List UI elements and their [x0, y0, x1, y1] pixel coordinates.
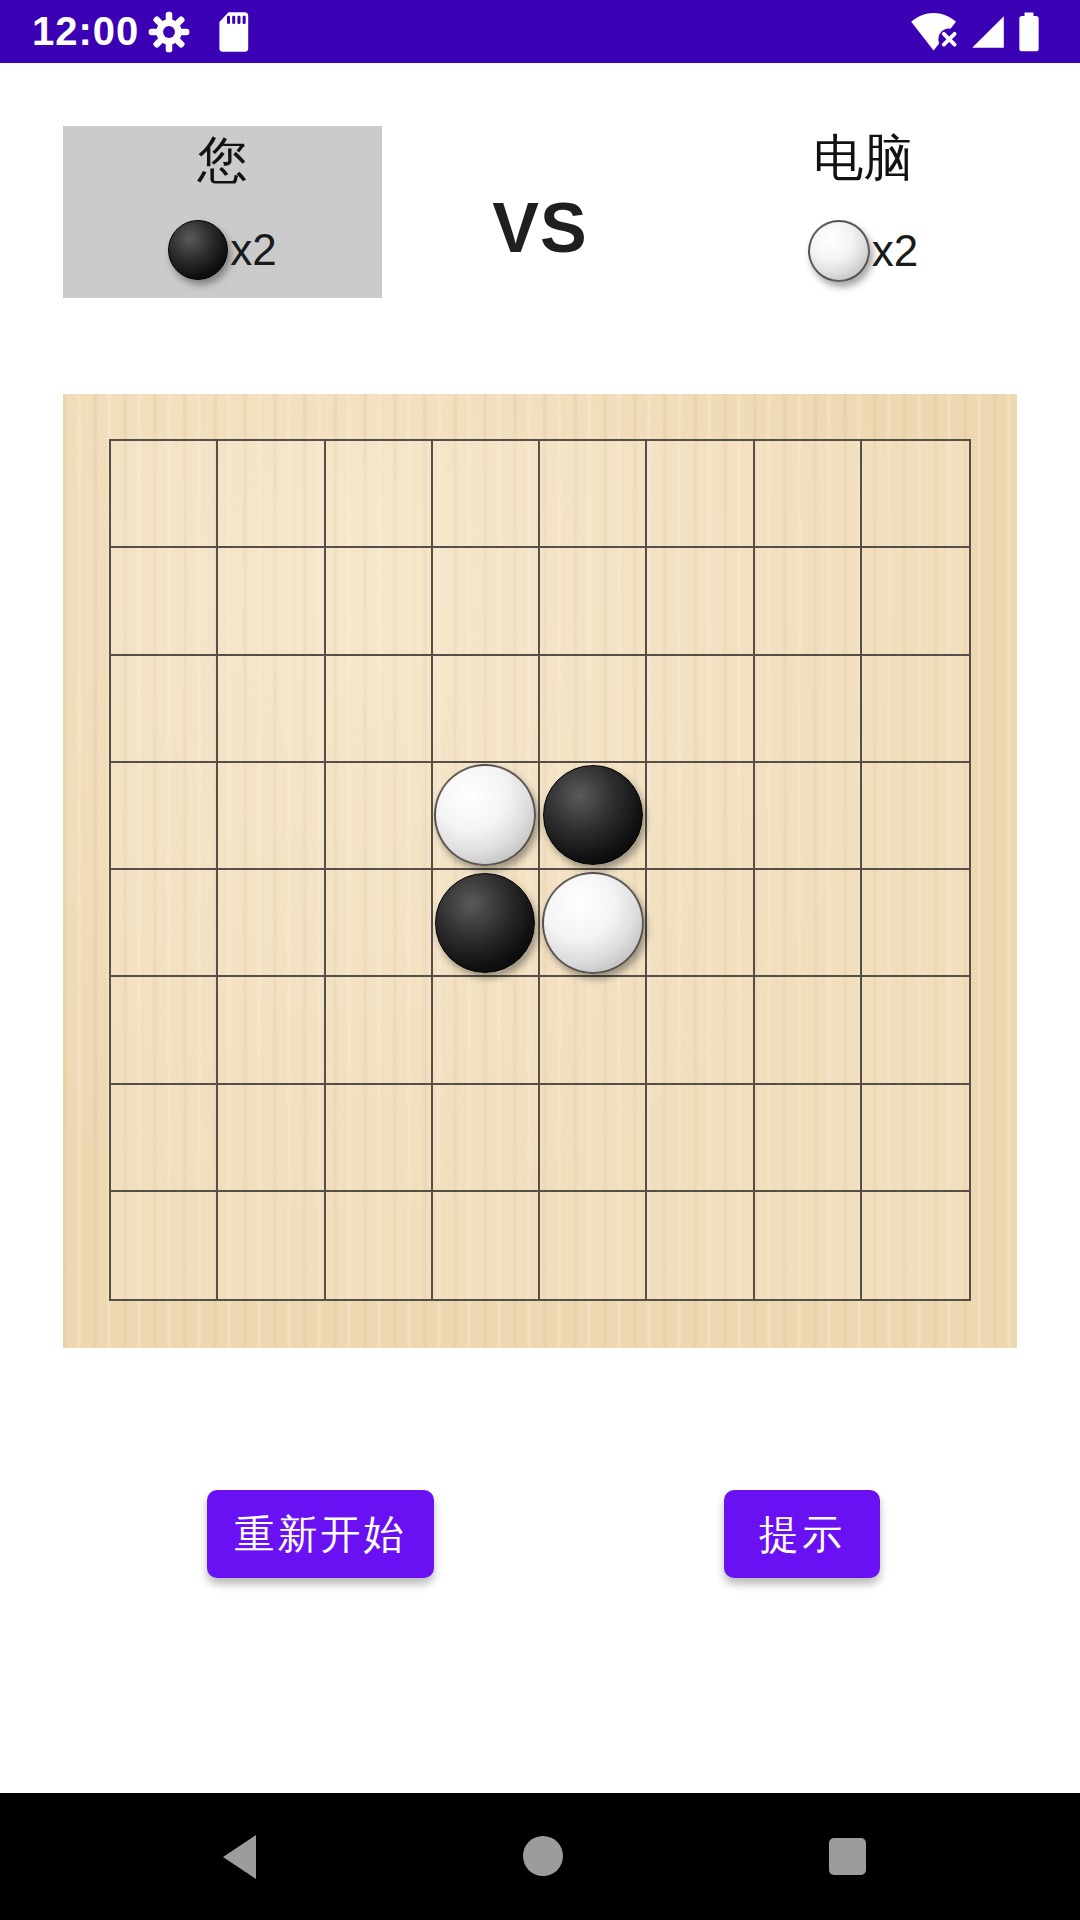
- board-cell-4-1[interactable]: [218, 870, 325, 977]
- status-bar: 12:00: [0, 0, 1080, 63]
- restart-button[interactable]: 重新开始: [207, 1490, 434, 1578]
- battery-full-icon: [1014, 0, 1044, 63]
- board-cell-2-5[interactable]: [647, 656, 754, 763]
- board-cell-6-3[interactable]: [433, 1085, 540, 1192]
- board-cell-1-2[interactable]: [326, 548, 433, 655]
- signal-full-icon: [968, 0, 1008, 63]
- board-cell-1-6[interactable]: [755, 548, 862, 655]
- board-cell-4-5[interactable]: [647, 870, 754, 977]
- white-count: x2: [872, 226, 918, 276]
- player-computer-panel: 电脑 x2: [763, 130, 963, 282]
- black-stone: [543, 765, 643, 865]
- board-cell-7-6[interactable]: [755, 1192, 862, 1299]
- board-cell-3-3[interactable]: [433, 763, 540, 870]
- board-cell-1-7[interactable]: [862, 548, 969, 655]
- board-grid: [109, 439, 971, 1301]
- board-cell-7-2[interactable]: [326, 1192, 433, 1299]
- board-cell-2-2[interactable]: [326, 656, 433, 763]
- board-cell-6-5[interactable]: [647, 1085, 754, 1192]
- home-icon[interactable]: [523, 1836, 563, 1876]
- board-cell-0-6[interactable]: [755, 441, 862, 548]
- board-cell-4-0[interactable]: [111, 870, 218, 977]
- board-cell-2-4[interactable]: [540, 656, 647, 763]
- back-icon[interactable]: [223, 1835, 256, 1879]
- player-computer-score: x2: [808, 220, 918, 282]
- app-screen: 12:00: [0, 0, 1080, 1920]
- board-cell-4-2[interactable]: [326, 870, 433, 977]
- board-cell-4-7[interactable]: [862, 870, 969, 977]
- board-cell-7-5[interactable]: [647, 1192, 754, 1299]
- sd-card-icon: [212, 0, 252, 63]
- recents-icon[interactable]: [829, 1838, 866, 1875]
- board-cell-3-7[interactable]: [862, 763, 969, 870]
- board-cell-5-5[interactable]: [647, 977, 754, 1084]
- board-cell-0-5[interactable]: [647, 441, 754, 548]
- board-cell-6-2[interactable]: [326, 1085, 433, 1192]
- board-cell-5-1[interactable]: [218, 977, 325, 1084]
- board-cell-7-1[interactable]: [218, 1192, 325, 1299]
- board-cell-6-6[interactable]: [755, 1085, 862, 1192]
- android-nav-bar: [0, 1793, 1080, 1920]
- white-stone: [542, 872, 644, 974]
- white-stone: [808, 220, 870, 282]
- board-cell-4-6[interactable]: [755, 870, 862, 977]
- board-cell-1-5[interactable]: [647, 548, 754, 655]
- othello-board: [63, 394, 1017, 1348]
- board-cell-5-7[interactable]: [862, 977, 969, 1084]
- board-cell-5-2[interactable]: [326, 977, 433, 1084]
- board-cell-2-6[interactable]: [755, 656, 862, 763]
- hint-button[interactable]: 提示: [724, 1490, 880, 1578]
- board-cell-2-3[interactable]: [433, 656, 540, 763]
- board-cell-5-3[interactable]: [433, 977, 540, 1084]
- board-cell-0-4[interactable]: [540, 441, 647, 548]
- black-stone: [435, 873, 535, 973]
- board-cell-3-6[interactable]: [755, 763, 862, 870]
- board-cell-1-4[interactable]: [540, 548, 647, 655]
- board-cell-7-0[interactable]: [111, 1192, 218, 1299]
- board-cell-5-6[interactable]: [755, 977, 862, 1084]
- board-cell-0-2[interactable]: [326, 441, 433, 548]
- player-you-name: 您: [198, 132, 248, 188]
- clock: 12:00: [32, 0, 139, 63]
- board-cell-1-3[interactable]: [433, 548, 540, 655]
- board-cell-3-2[interactable]: [326, 763, 433, 870]
- gear-icon: [144, 0, 194, 63]
- board-cell-2-7[interactable]: [862, 656, 969, 763]
- board-cell-6-4[interactable]: [540, 1085, 647, 1192]
- board-cell-6-0[interactable]: [111, 1085, 218, 1192]
- player-computer-name: 电脑: [813, 130, 913, 186]
- board-cell-3-5[interactable]: [647, 763, 754, 870]
- board-cell-4-3[interactable]: [433, 870, 540, 977]
- board-cell-5-0[interactable]: [111, 977, 218, 1084]
- board-cell-3-4[interactable]: [540, 763, 647, 870]
- board-cell-3-1[interactable]: [218, 763, 325, 870]
- board-cell-0-1[interactable]: [218, 441, 325, 548]
- board-cell-6-7[interactable]: [862, 1085, 969, 1192]
- board-cell-1-0[interactable]: [111, 548, 218, 655]
- board-cell-7-3[interactable]: [433, 1192, 540, 1299]
- board-cell-3-0[interactable]: [111, 763, 218, 870]
- wifi-off-icon: [908, 0, 964, 63]
- board-cell-6-1[interactable]: [218, 1085, 325, 1192]
- board-cell-1-1[interactable]: [218, 548, 325, 655]
- board-cell-4-4[interactable]: [540, 870, 647, 977]
- board-cell-2-1[interactable]: [218, 656, 325, 763]
- board-cell-2-0[interactable]: [111, 656, 218, 763]
- board-cell-5-4[interactable]: [540, 977, 647, 1084]
- board-cell-7-4[interactable]: [540, 1192, 647, 1299]
- white-stone: [434, 764, 536, 866]
- board-cell-0-3[interactable]: [433, 441, 540, 548]
- board-cell-0-7[interactable]: [862, 441, 969, 548]
- board-cell-7-7[interactable]: [862, 1192, 969, 1299]
- board-cell-0-0[interactable]: [111, 441, 218, 548]
